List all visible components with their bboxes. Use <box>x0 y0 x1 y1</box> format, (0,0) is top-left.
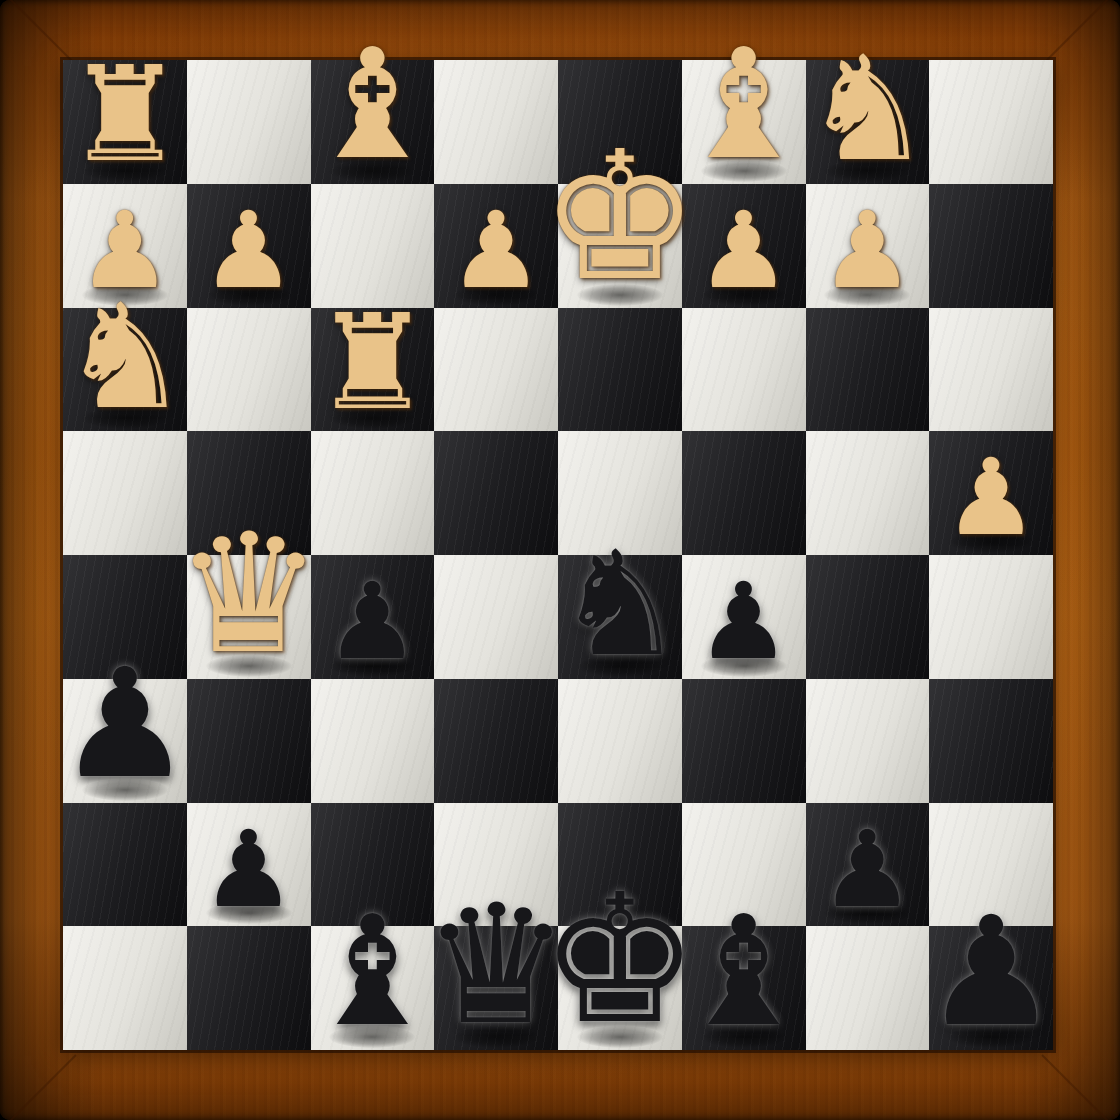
square-e6[interactable] <box>558 679 682 803</box>
white-pawn-g2[interactable]: ♟ <box>806 201 930 302</box>
square-h2[interactable] <box>929 184 1053 308</box>
piece-glyph: ♜ <box>66 52 184 177</box>
square-e3[interactable] <box>558 308 682 432</box>
black-pawn-b7[interactable]: ♟ <box>187 820 311 921</box>
white-pawn-b2[interactable]: ♟ <box>187 201 311 302</box>
square-f3[interactable] <box>682 308 806 432</box>
white-rook-c3[interactable]: ♜ <box>311 300 435 425</box>
piece-glyph: ♞ <box>802 40 932 178</box>
piece-glyph: ♟ <box>820 820 915 921</box>
square-f4[interactable] <box>682 431 806 555</box>
piece-glyph: ♝ <box>304 33 440 177</box>
white-bishop-c1[interactable]: ♝ <box>311 33 435 177</box>
piece-glyph: ♚ <box>540 132 700 301</box>
square-g4[interactable] <box>806 431 930 555</box>
square-c6[interactable] <box>311 679 435 803</box>
piece-glyph: ♟ <box>696 201 791 302</box>
black-bishop-f8[interactable]: ♝ <box>682 900 806 1044</box>
black-pawn-f5[interactable]: ♟ <box>682 572 806 673</box>
white-queen-b5[interactable]: ♛ <box>187 516 311 673</box>
piece-glyph: ♟ <box>449 201 544 302</box>
white-pawn-h4[interactable]: ♟ <box>929 448 1053 549</box>
white-rook-a1[interactable]: ♜ <box>63 52 187 177</box>
frame-miter-top-right <box>1045 0 1111 62</box>
square-d5[interactable] <box>434 555 558 679</box>
square-f6[interactable] <box>682 679 806 803</box>
piece-glyph: ♜ <box>313 300 431 425</box>
square-c4[interactable] <box>311 431 435 555</box>
square-a7[interactable] <box>63 803 187 927</box>
square-g5[interactable] <box>806 555 930 679</box>
piece-glyph: ♛ <box>175 516 323 673</box>
white-knight-g1[interactable]: ♞ <box>806 40 930 178</box>
white-pawn-f2[interactable]: ♟ <box>682 201 806 302</box>
white-knight-a3[interactable]: ♞ <box>63 288 187 426</box>
piece-glyph: ♟ <box>57 653 192 796</box>
piece-glyph: ♞ <box>555 535 685 673</box>
piece-glyph: ♟ <box>696 572 791 673</box>
square-b3[interactable] <box>187 308 311 432</box>
square-b1[interactable] <box>187 60 311 184</box>
square-a4[interactable] <box>63 431 187 555</box>
square-d4[interactable] <box>434 431 558 555</box>
frame-miter-bottom-left <box>7 1054 76 1120</box>
black-knight-e5[interactable]: ♞ <box>558 535 682 673</box>
square-a8[interactable] <box>63 926 187 1050</box>
square-h6[interactable] <box>929 679 1053 803</box>
piece-glyph: ♟ <box>201 820 296 921</box>
piece-glyph: ♟ <box>325 572 420 673</box>
black-pawn-c5[interactable]: ♟ <box>311 572 435 673</box>
square-d3[interactable] <box>434 308 558 432</box>
white-bishop-f1[interactable]: ♝ <box>682 33 806 177</box>
black-pawn-a6[interactable]: ♟ <box>63 653 187 796</box>
piece-glyph: ♟ <box>820 201 915 302</box>
frame-miter-bottom-right <box>1041 1054 1110 1120</box>
black-pawn-h8[interactable]: ♟ <box>929 901 1053 1044</box>
square-h3[interactable] <box>929 308 1053 432</box>
piece-glyph: ♟ <box>923 901 1058 1044</box>
black-pawn-g7[interactable]: ♟ <box>806 820 930 921</box>
piece-glyph: ♝ <box>304 900 440 1044</box>
piece-glyph: ♟ <box>201 201 296 302</box>
square-b8[interactable] <box>187 926 311 1050</box>
piece-glyph: ♟ <box>944 448 1039 549</box>
square-g8[interactable] <box>806 926 930 1050</box>
square-g6[interactable] <box>806 679 930 803</box>
white-king-e2[interactable]: ♚ <box>558 132 682 301</box>
piece-glyph: ♞ <box>60 288 190 426</box>
square-h1[interactable] <box>929 60 1053 184</box>
black-king-e8[interactable]: ♚ <box>558 875 682 1044</box>
black-bishop-c8[interactable]: ♝ <box>311 900 435 1044</box>
board-frame: ♜♝♝♞♟♟♟♚♟♟♞♜♟♛♟♞♟♟♟♟♝♛♚♝♟ <box>0 0 1120 1120</box>
square-b6[interactable] <box>187 679 311 803</box>
chess-board: ♜♝♝♞♟♟♟♚♟♟♞♜♟♛♟♞♟♟♟♟♝♛♚♝♟ <box>63 60 1053 1050</box>
square-g3[interactable] <box>806 308 930 432</box>
square-d6[interactable] <box>434 679 558 803</box>
piece-glyph: ♝ <box>676 900 812 1044</box>
square-h5[interactable] <box>929 555 1053 679</box>
